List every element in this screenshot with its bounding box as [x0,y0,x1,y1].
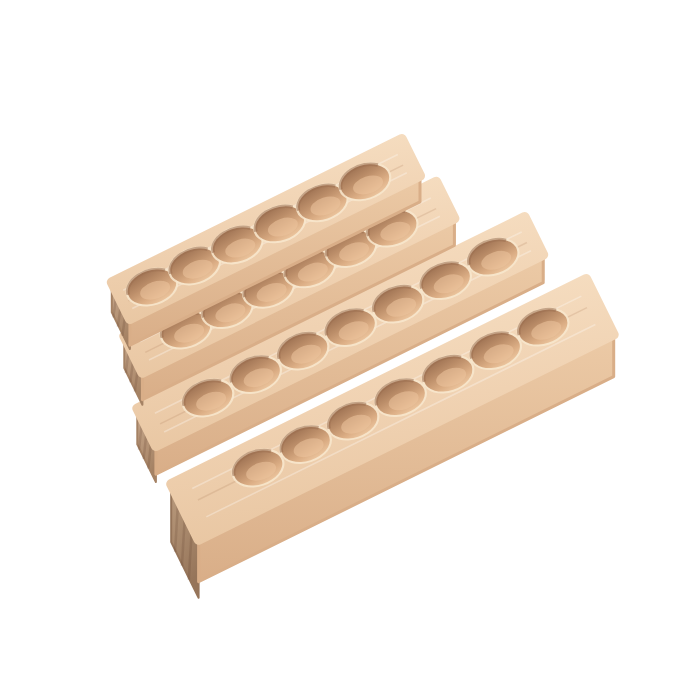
product-photo [0,0,700,700]
wooden-rack-illustration [0,0,700,700]
